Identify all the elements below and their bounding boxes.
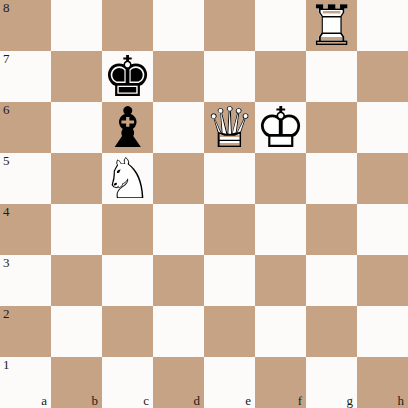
square-f6[interactable]: ♚♔ [255,102,306,153]
square-b6[interactable] [51,102,102,153]
square-a6[interactable]: 6 [0,102,51,153]
rank-label-8: 8 [3,1,10,14]
file-label-h: h [398,394,405,407]
square-e8[interactable] [204,0,255,51]
square-a3[interactable]: 3 [0,255,51,306]
square-b5[interactable] [51,153,102,204]
square-g8[interactable]: ♜♖ [306,0,357,51]
square-c8[interactable] [102,0,153,51]
square-g4[interactable] [306,204,357,255]
rank-label-4: 4 [3,205,10,218]
square-d2[interactable] [153,306,204,357]
square-b3[interactable] [51,255,102,306]
square-b4[interactable] [51,204,102,255]
square-d7[interactable] [153,51,204,102]
square-d1[interactable]: d [153,357,204,408]
piece-white-knight-c5[interactable]: ♞♘ [102,153,153,204]
square-b2[interactable] [51,306,102,357]
square-h4[interactable] [357,204,408,255]
rank-label-1: 1 [3,358,10,371]
rook-icon: ♜ [306,0,357,51]
square-e5[interactable] [204,153,255,204]
square-g6[interactable] [306,102,357,153]
square-f1[interactable]: f [255,357,306,408]
square-h3[interactable] [357,255,408,306]
square-c4[interactable] [102,204,153,255]
rank-label-2: 2 [3,307,10,320]
queen-icon: ♛ [204,102,255,153]
square-g5[interactable] [306,153,357,204]
queen-icon: ♕ [204,102,255,153]
square-g3[interactable] [306,255,357,306]
square-c1[interactable]: c [102,357,153,408]
file-label-d: d [194,394,201,407]
chess-board: 8♜♖7♚6♝♛♕♚♔5♞♘4321abcdefgh [0,0,408,408]
piece-black-bishop-c6[interactable]: ♝ [102,102,153,153]
square-c6[interactable]: ♝ [102,102,153,153]
square-g1[interactable]: g [306,357,357,408]
file-label-f: f [298,394,302,407]
square-f2[interactable] [255,306,306,357]
rank-label-3: 3 [3,256,10,269]
square-a4[interactable]: 4 [0,204,51,255]
square-f8[interactable] [255,0,306,51]
knight-icon: ♞ [102,153,153,204]
square-g2[interactable] [306,306,357,357]
square-f7[interactable] [255,51,306,102]
square-a1[interactable]: 1a [0,357,51,408]
square-d5[interactable] [153,153,204,204]
rank-label-6: 6 [3,103,10,116]
bishop-icon: ♝ [102,102,153,153]
square-f4[interactable] [255,204,306,255]
square-d8[interactable] [153,0,204,51]
piece-white-queen-e6[interactable]: ♛♕ [204,102,255,153]
square-b8[interactable] [51,0,102,51]
square-c7[interactable]: ♚ [102,51,153,102]
square-d4[interactable] [153,204,204,255]
file-label-e: e [245,394,251,407]
square-e2[interactable] [204,306,255,357]
square-g7[interactable] [306,51,357,102]
piece-black-king-c7[interactable]: ♚ [102,51,153,102]
piece-white-king-f6[interactable]: ♚♔ [255,102,306,153]
square-h2[interactable] [357,306,408,357]
king-icon: ♔ [255,102,306,153]
square-e1[interactable]: e [204,357,255,408]
square-c5[interactable]: ♞♘ [102,153,153,204]
square-d6[interactable] [153,102,204,153]
square-e3[interactable] [204,255,255,306]
square-e6[interactable]: ♛♕ [204,102,255,153]
square-a8[interactable]: 8 [0,0,51,51]
square-c2[interactable] [102,306,153,357]
rank-label-5: 5 [3,154,10,167]
file-label-c: c [143,394,149,407]
square-b7[interactable] [51,51,102,102]
piece-white-rook-g8[interactable]: ♜♖ [306,0,357,51]
square-a5[interactable]: 5 [0,153,51,204]
king-icon: ♚ [255,102,306,153]
file-label-g: g [347,394,354,407]
square-a2[interactable]: 2 [0,306,51,357]
file-label-a: a [41,394,47,407]
square-h8[interactable] [357,0,408,51]
chess-board-wrap: 8♜♖7♚6♝♛♕♚♔5♞♘4321abcdefgh [0,0,408,408]
square-e4[interactable] [204,204,255,255]
square-c3[interactable] [102,255,153,306]
square-a7[interactable]: 7 [0,51,51,102]
square-f3[interactable] [255,255,306,306]
square-h7[interactable] [357,51,408,102]
rook-icon: ♖ [306,0,357,51]
square-d3[interactable] [153,255,204,306]
square-h1[interactable]: h [357,357,408,408]
square-h5[interactable] [357,153,408,204]
rank-label-7: 7 [3,52,10,65]
square-e7[interactable] [204,51,255,102]
king-icon: ♚ [102,51,153,102]
square-b1[interactable]: b [51,357,102,408]
square-h6[interactable] [357,102,408,153]
file-label-b: b [92,394,99,407]
knight-icon: ♘ [102,153,153,204]
square-f5[interactable] [255,153,306,204]
